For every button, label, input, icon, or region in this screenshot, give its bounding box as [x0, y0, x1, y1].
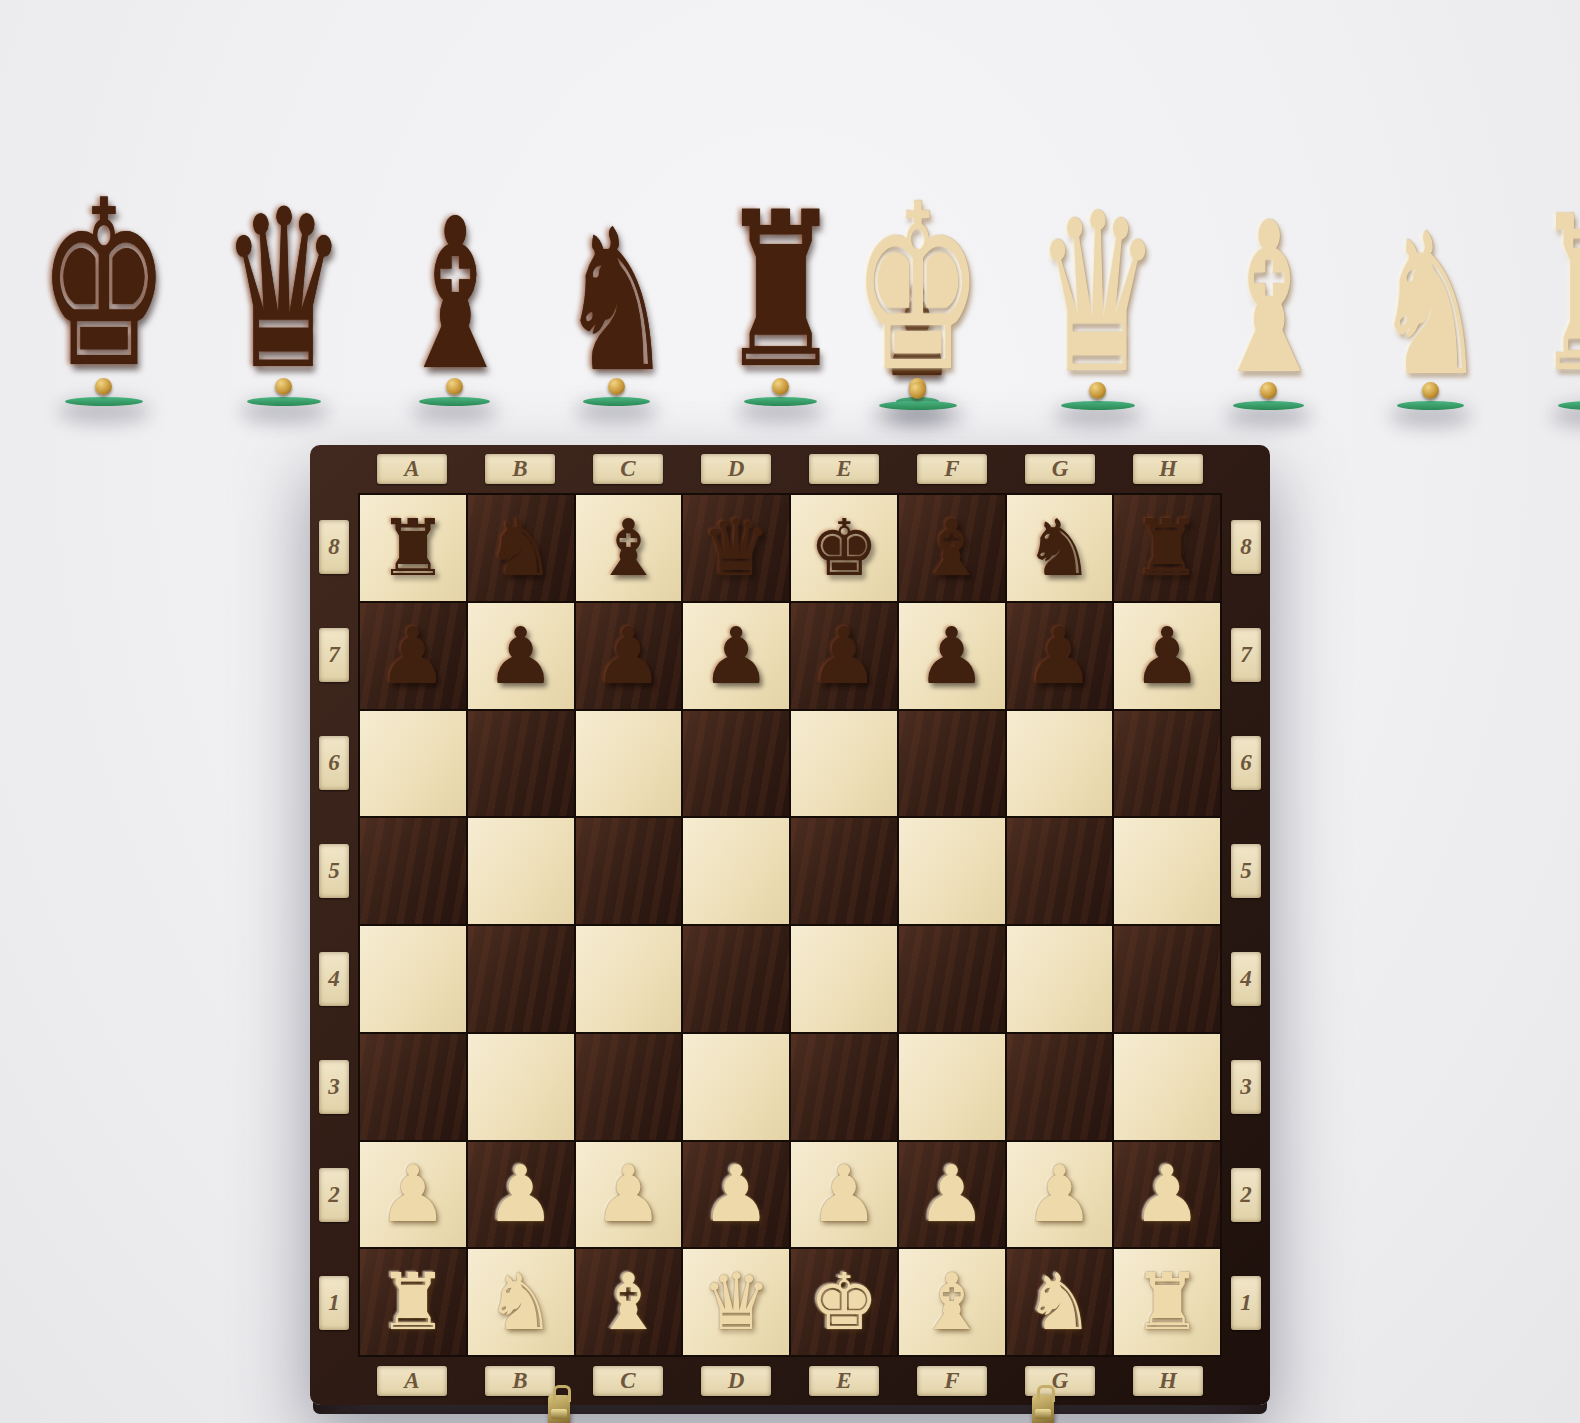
square-f8[interactable]: ♝ — [899, 495, 1005, 601]
coord-rank-2: 2 — [1222, 1141, 1270, 1249]
piece-black-bishop[interactable]: ♝ — [917, 509, 987, 587]
dark-bishop-icon: ♝ — [395, 199, 515, 391]
coord-label: 2 — [1231, 1168, 1261, 1222]
square-f5[interactable] — [899, 818, 1005, 924]
coord-file-c: C — [574, 445, 682, 493]
square-h4[interactable] — [1114, 926, 1220, 1032]
coord-rank-1: 1 — [1222, 1249, 1270, 1357]
square-b1[interactable]: ♞ — [468, 1249, 574, 1355]
piece-white-king[interactable]: ♚ — [809, 1263, 879, 1341]
piece-white-pawn[interactable]: ♟ — [1132, 1155, 1202, 1233]
piece-white-rook[interactable]: ♜ — [1132, 1263, 1202, 1341]
square-c4[interactable] — [576, 926, 682, 1032]
piece-white-pawn[interactable]: ♟ — [593, 1155, 663, 1233]
coord-rank-1: 1 — [310, 1249, 358, 1357]
square-d2[interactable]: ♟ — [683, 1142, 789, 1248]
showcase-light-rook: ♜ — [1509, 219, 1580, 410]
square-d5[interactable] — [683, 818, 789, 924]
square-e8[interactable]: ♚ — [791, 495, 897, 601]
piece-black-pawn[interactable]: ♟ — [486, 617, 556, 695]
piece-white-bishop[interactable]: ♝ — [917, 1263, 987, 1341]
square-g3[interactable] — [1007, 1034, 1113, 1140]
square-b8[interactable]: ♞ — [468, 495, 574, 601]
square-g6[interactable] — [1007, 711, 1113, 817]
piece-black-rook[interactable]: ♜ — [1132, 509, 1202, 587]
coord-label: 5 — [1231, 844, 1261, 898]
square-b6[interactable] — [468, 711, 574, 817]
coord-file-d: D — [682, 445, 790, 493]
square-f4[interactable] — [899, 926, 1005, 1032]
coord-rank-5: 5 — [310, 817, 358, 925]
coord-rank-6: 6 — [1222, 709, 1270, 817]
product-photo: ♚♛♝♞♜♟ ♚♛♝♞♜♟ ABCDEFGH ABCDEFGH 87654321… — [0, 0, 1580, 1423]
piece-black-pawn[interactable]: ♟ — [701, 617, 771, 695]
square-a2[interactable]: ♟ — [360, 1142, 466, 1248]
square-c8[interactable]: ♝ — [576, 495, 682, 601]
piece-black-knight[interactable]: ♞ — [1024, 509, 1094, 587]
coord-label: 5 — [319, 844, 349, 898]
square-e3[interactable] — [791, 1034, 897, 1140]
square-b4[interactable] — [468, 926, 574, 1032]
light-knight-icon: ♞ — [1374, 215, 1487, 395]
coord-label: 3 — [1231, 1060, 1261, 1114]
coord-file-f: F — [898, 445, 1006, 493]
coord-label: C — [593, 454, 663, 484]
piece-white-rook[interactable]: ♜ — [378, 1263, 448, 1341]
coord-label: 4 — [319, 952, 349, 1006]
coord-rank-5: 5 — [1222, 817, 1270, 925]
dark-pieces-tray: ♚♛♝♞♜♟ — [8, 4, 760, 406]
piece-black-knight[interactable]: ♞ — [486, 509, 556, 587]
coord-label: 7 — [319, 628, 349, 682]
coord-label: A — [377, 454, 447, 484]
coord-file-e: E — [790, 445, 898, 493]
piece-black-pawn[interactable]: ♟ — [809, 617, 879, 695]
square-a4[interactable] — [360, 926, 466, 1032]
piece-black-pawn[interactable]: ♟ — [1024, 617, 1094, 695]
piece-black-pawn[interactable]: ♟ — [1132, 617, 1202, 695]
square-h2[interactable]: ♟ — [1114, 1142, 1220, 1248]
coord-label: 3 — [319, 1060, 349, 1114]
showcase-dark-queen: ♛ — [196, 211, 372, 406]
piece-white-pawn[interactable]: ♟ — [809, 1155, 879, 1233]
piece-white-pawn[interactable]: ♟ — [1024, 1155, 1094, 1233]
dark-king-icon: ♚ — [38, 180, 170, 391]
square-f2[interactable]: ♟ — [899, 1142, 1005, 1248]
square-f1[interactable]: ♝ — [899, 1249, 1005, 1355]
square-a6[interactable] — [360, 711, 466, 817]
piece-white-queen[interactable]: ♛ — [701, 1263, 771, 1341]
square-f3[interactable] — [899, 1034, 1005, 1140]
coord-rank-7: 7 — [1222, 601, 1270, 709]
coord-file-a: A — [358, 1357, 466, 1405]
square-a7[interactable]: ♟ — [360, 603, 466, 709]
showcase-light-knight: ♞ — [1352, 234, 1509, 410]
square-c1[interactable]: ♝ — [576, 1249, 682, 1355]
file-labels-bottom: ABCDEFGH — [358, 1357, 1222, 1405]
coord-rank-4: 4 — [1222, 925, 1270, 1033]
square-c2[interactable]: ♟ — [576, 1142, 682, 1248]
square-g7[interactable]: ♟ — [1007, 603, 1113, 709]
coord-label: 8 — [319, 520, 349, 574]
piece-white-pawn[interactable]: ♟ — [701, 1155, 771, 1233]
coord-file-f: F — [898, 1357, 1006, 1405]
showcase-dark-knight: ♞ — [538, 230, 695, 406]
square-c6[interactable] — [576, 711, 682, 817]
piece-black-rook[interactable]: ♜ — [378, 509, 448, 587]
coord-label: H — [1133, 454, 1203, 484]
brass-clasp-icon — [548, 1395, 570, 1423]
coord-label: 4 — [1231, 952, 1261, 1006]
coord-file-g: G — [1006, 1357, 1114, 1405]
piece-black-pawn[interactable]: ♟ — [378, 617, 448, 695]
square-d6[interactable] — [683, 711, 789, 817]
coord-file-g: G — [1006, 445, 1114, 493]
brass-clasp-icon — [1032, 1395, 1054, 1423]
square-c7[interactable]: ♟ — [576, 603, 682, 709]
square-c3[interactable] — [576, 1034, 682, 1140]
coord-rank-8: 8 — [310, 493, 358, 601]
coord-rank-7: 7 — [310, 601, 358, 709]
dark-knight-icon: ♞ — [560, 211, 673, 391]
piece-black-bishop[interactable]: ♝ — [593, 509, 663, 587]
coord-label: E — [809, 1366, 879, 1396]
piece-white-knight[interactable]: ♞ — [1024, 1263, 1094, 1341]
coord-file-h: H — [1114, 445, 1222, 493]
square-d3[interactable] — [683, 1034, 789, 1140]
showcase-dark-king: ♚ — [12, 202, 196, 406]
dark-queen-icon: ♛ — [220, 189, 347, 391]
square-a3[interactable] — [360, 1034, 466, 1140]
square-f6[interactable] — [899, 711, 1005, 817]
coord-file-b: B — [466, 445, 574, 493]
square-a5[interactable] — [360, 818, 466, 924]
piece-white-pawn[interactable]: ♟ — [378, 1155, 448, 1233]
showcase-light-queen: ♛ — [1010, 215, 1186, 410]
square-e4[interactable] — [791, 926, 897, 1032]
coord-label: 6 — [319, 736, 349, 790]
square-h5[interactable] — [1114, 818, 1220, 924]
piece-white-pawn[interactable]: ♟ — [917, 1155, 987, 1233]
square-e6[interactable] — [791, 711, 897, 817]
square-e2[interactable]: ♟ — [791, 1142, 897, 1248]
coord-label: 2 — [319, 1168, 349, 1222]
coord-label: C — [593, 1366, 663, 1396]
square-c5[interactable] — [576, 818, 682, 924]
coord-rank-4: 4 — [310, 925, 358, 1033]
square-e5[interactable] — [791, 818, 897, 924]
file-labels-top: ABCDEFGH — [358, 445, 1222, 493]
coord-label: F — [917, 454, 987, 484]
light-bishop-icon: ♝ — [1209, 203, 1329, 395]
square-f7[interactable]: ♟ — [899, 603, 1005, 709]
coord-rank-3: 3 — [1222, 1033, 1270, 1141]
rank-labels-right: 87654321 — [1222, 493, 1270, 1357]
square-d4[interactable] — [683, 926, 789, 1032]
square-a1[interactable]: ♜ — [360, 1249, 466, 1355]
board-grid: ♜♞♝♛♚♝♞♜♟♟♟♟♟♟♟♟♟♟♟♟♟♟♟♟♜♞♝♛♚♝♞♜ — [358, 493, 1222, 1357]
square-h3[interactable] — [1114, 1034, 1220, 1140]
square-g1[interactable]: ♞ — [1007, 1249, 1113, 1355]
coord-rank-6: 6 — [310, 709, 358, 817]
coord-file-a: A — [358, 445, 466, 493]
square-d8[interactable]: ♛ — [683, 495, 789, 601]
square-g8[interactable]: ♞ — [1007, 495, 1113, 601]
square-h7[interactable]: ♟ — [1114, 603, 1220, 709]
piece-black-pawn[interactable]: ♟ — [593, 617, 663, 695]
piece-white-bishop[interactable]: ♝ — [593, 1263, 663, 1341]
coord-file-d: D — [682, 1357, 790, 1405]
square-b2[interactable]: ♟ — [468, 1142, 574, 1248]
coord-file-h: H — [1114, 1357, 1222, 1405]
coord-label: 1 — [319, 1276, 349, 1330]
coord-rank-3: 3 — [310, 1033, 358, 1141]
piece-black-queen[interactable]: ♛ — [701, 509, 771, 587]
square-b5[interactable] — [468, 818, 574, 924]
chess-board: ABCDEFGH ABCDEFGH 87654321 87654321 ♜♞♝♛… — [310, 445, 1270, 1405]
coord-label: E — [809, 454, 879, 484]
coord-label: G — [1025, 1366, 1095, 1396]
piece-white-knight[interactable]: ♞ — [486, 1263, 556, 1341]
coord-label: F — [917, 1366, 987, 1396]
square-b7[interactable]: ♟ — [468, 603, 574, 709]
piece-black-pawn[interactable]: ♟ — [917, 617, 987, 695]
coord-label: A — [377, 1366, 447, 1396]
showcase-dark-bishop: ♝ — [372, 220, 539, 406]
coord-label: 1 — [1231, 1276, 1261, 1330]
square-g4[interactable] — [1007, 926, 1113, 1032]
piece-white-pawn[interactable]: ♟ — [486, 1155, 556, 1233]
square-e7[interactable]: ♟ — [791, 603, 897, 709]
coord-label: 7 — [1231, 628, 1261, 682]
coord-label: D — [701, 454, 771, 484]
coord-label: D — [701, 1366, 771, 1396]
coord-label: 6 — [1231, 736, 1261, 790]
square-h6[interactable] — [1114, 711, 1220, 817]
coord-label: H — [1133, 1366, 1203, 1396]
light-queen-icon: ♛ — [1034, 193, 1161, 395]
coord-rank-2: 2 — [310, 1141, 358, 1249]
showcase-light-bishop: ♝ — [1186, 224, 1353, 410]
coord-label: G — [1025, 454, 1095, 484]
square-e1[interactable]: ♚ — [791, 1249, 897, 1355]
square-b3[interactable] — [468, 1034, 574, 1140]
brass-ball-icon — [275, 378, 292, 395]
square-a8[interactable]: ♜ — [360, 495, 466, 601]
square-g2[interactable]: ♟ — [1007, 1142, 1113, 1248]
light-rook-icon: ♜ — [1533, 198, 1580, 395]
coord-label: B — [485, 454, 555, 484]
square-g5[interactable] — [1007, 818, 1113, 924]
square-h1[interactable]: ♜ — [1114, 1249, 1220, 1355]
coord-rank-8: 8 — [1222, 493, 1270, 601]
rank-labels-left: 87654321 — [310, 493, 358, 1357]
brass-ball-icon — [1089, 382, 1106, 399]
piece-black-king[interactable]: ♚ — [809, 509, 879, 587]
coord-label: B — [485, 1366, 555, 1396]
coord-file-c: C — [574, 1357, 682, 1405]
coord-file-e: E — [790, 1357, 898, 1405]
square-d1[interactable]: ♛ — [683, 1249, 789, 1355]
square-d7[interactable]: ♟ — [683, 603, 789, 709]
light-pieces-tray: ♚♛♝♞♜♟ — [822, 8, 1578, 410]
light-king-icon: ♚ — [852, 184, 984, 395]
square-h8[interactable]: ♜ — [1114, 495, 1220, 601]
coord-label: 8 — [1231, 520, 1261, 574]
